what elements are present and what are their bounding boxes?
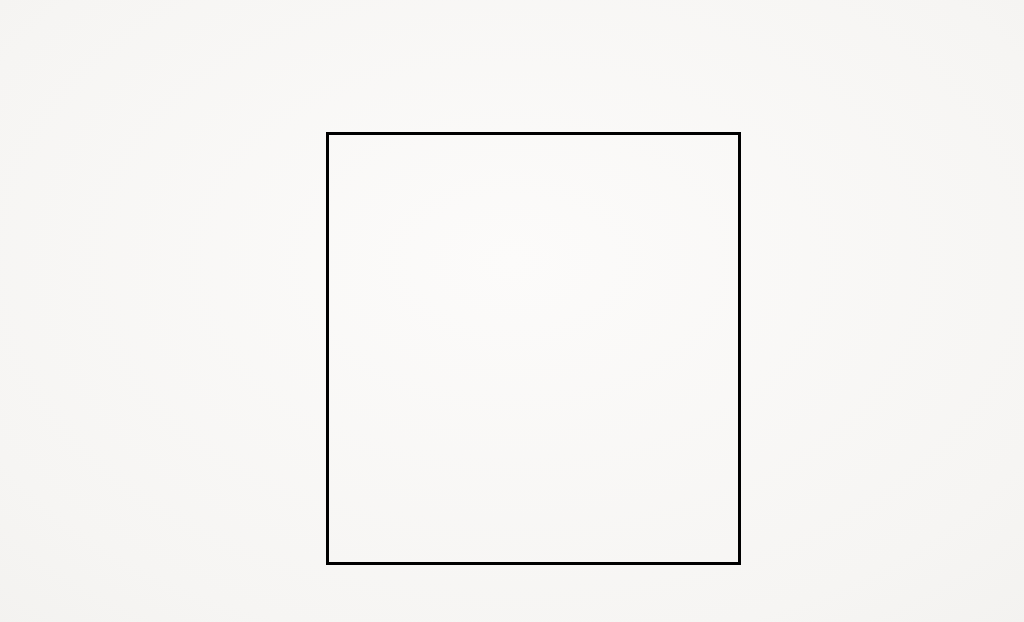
row-labels	[279, 135, 329, 562]
maze-board	[326, 132, 741, 565]
slide-canvas	[0, 0, 1024, 622]
column-headers	[279, 52, 738, 135]
